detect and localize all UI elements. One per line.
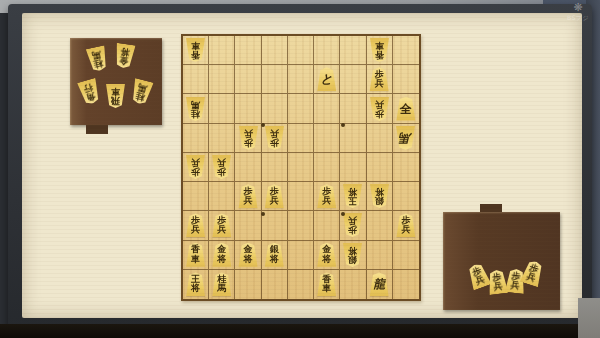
scene: 香車香車と歩兵桂馬歩兵全歩兵歩兵馬歩兵歩兵歩兵歩兵歩兵玉将銀将歩兵歩兵歩兵歩兵香…	[0, 0, 600, 338]
board-cell-5h[interactable]	[288, 241, 314, 270]
board-cell-9e[interactable]: 歩兵	[183, 153, 209, 182]
piece-kanji: 将	[375, 187, 384, 197]
board-cell-6d[interactable]: 歩兵	[262, 124, 288, 153]
board-cell-6a[interactable]	[262, 36, 288, 65]
hand-piece-slot: 金将	[112, 43, 136, 70]
shogi-piece-桂馬[interactable]: 桂馬	[128, 78, 154, 106]
piece-kanji: 兵	[244, 196, 253, 206]
shogi-board[interactable]: 香車香車と歩兵桂馬歩兵全歩兵歩兵馬歩兵歩兵歩兵歩兵歩兵玉将銀将歩兵歩兵歩兵歩兵香…	[181, 34, 421, 301]
board-cell-5g[interactable]	[288, 211, 314, 240]
board-cell-4f[interactable]: 歩兵	[314, 182, 340, 211]
board-cell-4c[interactable]	[314, 94, 340, 123]
piece-kanji: 兵	[375, 99, 384, 109]
tv-screen: 香車香車と歩兵桂馬歩兵全歩兵歩兵馬歩兵歩兵歩兵歩兵歩兵玉将銀将歩兵歩兵歩兵歩兵香…	[22, 13, 582, 318]
board-cell-4h[interactable]: 金将	[314, 241, 340, 270]
shogi-piece-香車[interactable]: 香車	[369, 38, 390, 62]
board-cell-6g[interactable]	[262, 211, 288, 240]
piece-kanji: 歩	[348, 225, 357, 235]
watermark-text: BSフジ	[558, 14, 598, 21]
hoshi-dot	[341, 212, 345, 216]
hand-piece-slot: 飛車	[105, 84, 126, 108]
shogi-piece-飛車[interactable]: 飛車	[105, 84, 126, 108]
piece-kanji: 行	[83, 82, 94, 94]
shogi-piece-桂馬[interactable]: 桂馬	[85, 45, 111, 73]
board-cell-4e[interactable]	[314, 153, 340, 182]
piece-kanji: 歩	[217, 167, 226, 177]
shogi-piece-桂馬[interactable]: 桂馬	[185, 97, 206, 121]
piece-kanji: 兵	[348, 216, 357, 226]
board-cell-6h[interactable]: 銀将	[262, 241, 288, 270]
board-cell-3b[interactable]	[340, 65, 366, 94]
board-cell-9i[interactable]: 王将	[183, 270, 209, 299]
board-cell-1d[interactable]: 馬	[393, 124, 419, 153]
board-cell-7i[interactable]	[235, 270, 261, 299]
piece-kanji: 兵	[322, 196, 331, 206]
board-cell-7f[interactable]: 歩兵	[235, 182, 261, 211]
shogi-piece-全[interactable]: 全	[395, 97, 416, 121]
shogi-piece-馬[interactable]: 馬	[395, 126, 416, 150]
hand-piece-slot: 桂馬	[128, 78, 154, 106]
piece-kanji: 将	[322, 255, 331, 265]
shogi-piece-歩兵[interactable]: 歩兵	[369, 67, 390, 91]
board-cell-1b[interactable]	[393, 65, 419, 94]
hoshi-dot	[261, 212, 265, 216]
hoshi-dot	[261, 123, 265, 127]
board-cell-8f[interactable]	[209, 182, 235, 211]
shogi-piece-香車[interactable]: 香車	[316, 272, 337, 296]
piece-kanji: 兵	[217, 225, 226, 235]
desk	[0, 324, 600, 338]
board-cell-9h[interactable]: 香車	[183, 241, 209, 270]
piece-kanji: 香	[375, 50, 384, 60]
board-cell-7a[interactable]	[235, 36, 261, 65]
piece-kanji: 馬	[91, 49, 102, 60]
watermark-icon: ❋	[558, 2, 598, 14]
piece-kanji: 馬	[137, 82, 148, 93]
board-cell-1h[interactable]	[393, 241, 419, 270]
board-cell-3f[interactable]: 玉将	[340, 182, 366, 211]
piece-kanji: 将	[270, 255, 279, 265]
board-cell-4d[interactable]	[314, 124, 340, 153]
piece-kanji: 車	[111, 87, 120, 97]
board-cell-8i[interactable]: 桂馬	[209, 270, 235, 299]
board-cell-3g[interactable]: 歩兵	[340, 211, 366, 240]
board-cell-9g[interactable]: 歩兵	[183, 211, 209, 240]
board-cell-4g[interactable]	[314, 211, 340, 240]
piece-kanji: 車	[375, 41, 384, 51]
piece-kanji: 車	[191, 255, 200, 265]
piece-kanji: 兵	[474, 274, 486, 286]
board-cell-3e[interactable]	[340, 153, 366, 182]
shogi-piece-歩兵[interactable]: 歩兵	[316, 184, 337, 208]
board-cell-6e[interactable]	[262, 153, 288, 182]
board-cell-9d[interactable]	[183, 124, 209, 153]
piece-kanji: 将	[191, 284, 200, 294]
board-cell-2g[interactable]	[367, 211, 393, 240]
board-cell-4a[interactable]	[314, 36, 340, 65]
shogi-piece-歩兵[interactable]: 歩兵	[185, 213, 206, 237]
shogi-piece-金将[interactable]: 金将	[112, 43, 136, 70]
board-cell-7b[interactable]	[235, 65, 261, 94]
piece-kanji: 兵	[525, 272, 536, 284]
piece-kanji: 兵	[493, 281, 503, 292]
shogi-piece-王将[interactable]: 王将	[185, 272, 206, 296]
shogi-piece-と[interactable]: と	[316, 67, 337, 91]
piece-kanji: 飛	[111, 96, 120, 106]
board-cell-8g[interactable]: 歩兵	[209, 211, 235, 240]
board-cell-6i[interactable]	[262, 270, 288, 299]
board-cell-8d[interactable]	[209, 124, 235, 153]
board-cell-1a[interactable]	[393, 36, 419, 65]
shogi-piece-金将[interactable]: 金将	[316, 243, 337, 267]
broadcaster-watermark: ❋ BSフジ	[558, 2, 598, 21]
shogi-piece-香車[interactable]: 香車	[185, 243, 206, 267]
board-cell-3h[interactable]: 銀将	[340, 241, 366, 270]
board-cell-5b[interactable]	[288, 65, 314, 94]
board-cell-2f[interactable]: 銀将	[367, 182, 393, 211]
piece-kanji: 歩	[191, 167, 200, 177]
board-cell-8c[interactable]	[209, 94, 235, 123]
board-cell-4b[interactable]: と	[314, 65, 340, 94]
piece-kanji: 香	[191, 50, 200, 60]
piece-kanji: 将	[244, 255, 253, 265]
shogi-piece-金将[interactable]: 金将	[211, 243, 232, 267]
shogi-piece-角行[interactable]: 角行	[76, 78, 103, 107]
board-cell-9c[interactable]: 桂馬	[183, 94, 209, 123]
board-cell-3d[interactable]	[340, 124, 366, 153]
shogi-piece-玉将[interactable]: 玉将	[342, 184, 363, 208]
board-cell-6b[interactable]	[262, 65, 288, 94]
board-cell-2e[interactable]	[367, 153, 393, 182]
shogi-piece-歩兵[interactable]: 歩兵	[395, 213, 416, 237]
board-cell-7g[interactable]	[235, 211, 261, 240]
piece-kanji: 兵	[191, 225, 200, 235]
piece-kanji: 車	[322, 284, 331, 294]
shogi-piece-歩兵[interactable]: 歩兵	[238, 184, 259, 208]
piece-kanji: 玉	[348, 196, 357, 206]
piece-kanji: と	[321, 73, 333, 85]
piece-kanji: 兵	[375, 79, 384, 89]
board-cell-3a[interactable]	[340, 36, 366, 65]
piece-kanji: 兵	[270, 196, 279, 206]
piece-kanji: 馬	[191, 99, 200, 109]
board-cell-8b[interactable]	[209, 65, 235, 94]
board-cell-1i[interactable]	[393, 270, 419, 299]
board-cell-2i[interactable]: 龍	[367, 270, 393, 299]
board-cell-1g[interactable]: 歩兵	[393, 211, 419, 240]
board-cell-5a[interactable]	[288, 36, 314, 65]
shogi-piece-歩兵[interactable]: 歩兵	[264, 184, 285, 208]
hoshi-dot	[341, 123, 345, 127]
hand-piece-slot: 角行	[76, 78, 103, 107]
piece-kanji: 将	[120, 46, 130, 57]
shogi-piece-龍[interactable]: 龍	[369, 272, 390, 296]
piece-kanji: 兵	[401, 225, 410, 235]
gote-komadai[interactable]: 桂馬金将角行飛車桂馬	[70, 38, 162, 125]
board-cell-2b[interactable]: 歩兵	[367, 65, 393, 94]
piece-kanji: 兵	[270, 128, 279, 138]
piece-kanji: 銀	[375, 196, 384, 206]
board-cell-1e[interactable]	[393, 153, 419, 182]
board-cell-3i[interactable]	[340, 270, 366, 299]
piece-kanji: 将	[217, 255, 226, 265]
board-cell-2h[interactable]	[367, 241, 393, 270]
board-cell-8a[interactable]	[209, 36, 235, 65]
shogi-piece-金将[interactable]: 金将	[238, 243, 259, 267]
shogi-piece-銀将[interactable]: 銀将	[369, 184, 390, 208]
hand-piece-slot: 桂馬	[85, 45, 111, 73]
board-cell-2d[interactable]	[367, 124, 393, 153]
board-cell-4i[interactable]: 香車	[314, 270, 340, 299]
piece-kanji: 将	[348, 187, 357, 197]
komadai-foot	[86, 125, 108, 134]
board-cell-6c[interactable]	[262, 94, 288, 123]
board-cell-2c[interactable]: 歩兵	[367, 94, 393, 123]
board-cell-5d[interactable]	[288, 124, 314, 153]
board-cell-7e[interactable]	[235, 153, 261, 182]
board-cell-7c[interactable]	[235, 94, 261, 123]
tv-bezel: 香車香車と歩兵桂馬歩兵全歩兵歩兵馬歩兵歩兵歩兵歩兵歩兵玉将銀将歩兵歩兵歩兵歩兵香…	[8, 4, 592, 331]
shogi-piece-歩兵[interactable]: 歩兵	[369, 97, 390, 121]
shogi-piece-歩兵[interactable]: 歩兵	[185, 155, 206, 179]
board-cell-6f[interactable]: 歩兵	[262, 182, 288, 211]
shogi-piece-銀将[interactable]: 銀将	[342, 243, 363, 267]
board-cell-9a[interactable]: 香車	[183, 36, 209, 65]
komadai-foot	[480, 204, 502, 212]
piece-kanji: 兵	[510, 281, 520, 291]
piece-kanji: 将	[348, 245, 357, 255]
shogi-piece-歩兵[interactable]: 歩兵	[211, 213, 232, 237]
board-cell-7d[interactable]: 歩兵	[235, 124, 261, 153]
piece-kanji: 兵	[217, 157, 226, 167]
shogi-piece-歩兵[interactable]: 歩兵	[238, 126, 259, 150]
piece-kanji: 歩	[270, 138, 279, 148]
board-cell-8e[interactable]: 歩兵	[209, 153, 235, 182]
shogi-piece-歩兵[interactable]: 歩兵	[264, 126, 285, 150]
board-cell-2a[interactable]: 香車	[367, 36, 393, 65]
piece-kanji: 全	[400, 103, 412, 115]
piece-kanji: 龍	[373, 278, 385, 290]
sente-komadai[interactable]: 歩兵歩兵歩兵歩兵	[443, 212, 560, 310]
shogi-piece-香車[interactable]: 香車	[185, 38, 206, 62]
piece-kanji: 車	[191, 41, 200, 51]
piece-kanji: 馬	[400, 132, 412, 144]
piece-kanji: 歩	[244, 138, 253, 148]
shogi-piece-銀将[interactable]: 銀将	[264, 243, 285, 267]
board-cell-9b[interactable]	[183, 65, 209, 94]
board-cell-1f[interactable]	[393, 182, 419, 211]
board-cell-5c[interactable]	[288, 94, 314, 123]
board-cell-9f[interactable]	[183, 182, 209, 211]
piece-kanji: 兵	[191, 157, 200, 167]
board-cell-8h[interactable]: 金将	[209, 241, 235, 270]
piece-kanji: 馬	[217, 284, 226, 294]
shogi-piece-歩兵[interactable]: 歩兵	[211, 155, 232, 179]
board-cell-1c[interactable]: 全	[393, 94, 419, 123]
shogi-piece-桂馬[interactable]: 桂馬	[211, 272, 232, 296]
piece-kanji: 銀	[348, 255, 357, 265]
floor-patch	[578, 298, 600, 338]
board-cell-7h[interactable]: 金将	[235, 241, 261, 270]
board-cell-3c[interactable]	[340, 94, 366, 123]
shogi-piece-歩兵[interactable]: 歩兵	[342, 213, 363, 237]
board-cell-5e[interactable]	[288, 153, 314, 182]
piece-kanji: 兵	[244, 128, 253, 138]
board-cell-5f[interactable]	[288, 182, 314, 211]
board-cell-5i[interactable]	[288, 270, 314, 299]
